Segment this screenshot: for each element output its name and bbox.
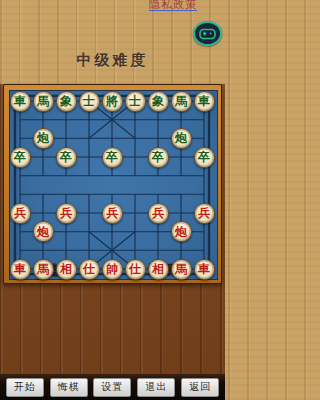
piece-red-elephant[interactable]: 相 <box>56 259 77 280</box>
piece-red-horse[interactable]: 馬 <box>33 259 54 280</box>
piece-black-advisor[interactable]: 士 <box>125 91 146 112</box>
piece-black-horse[interactable]: 馬 <box>33 91 54 112</box>
xiangqi-app: { "game": "xiangqi", "position": "rnbaka… <box>0 0 225 400</box>
piece-black-soldier[interactable]: 卒 <box>102 147 123 168</box>
piece-red-cannon[interactable]: 炮 <box>33 221 54 242</box>
bottom-toolbar: 开始 悔棋 设置 退出 返回 <box>0 374 225 400</box>
piece-red-advisor[interactable]: 仕 <box>79 259 100 280</box>
piece-red-chariot[interactable]: 車 <box>10 259 31 280</box>
piece-black-chariot[interactable]: 車 <box>194 91 215 112</box>
undo-button[interactable]: 悔棋 <box>50 378 88 397</box>
page-title: 中级难度 <box>0 51 225 70</box>
piece-red-horse[interactable]: 馬 <box>171 259 192 280</box>
piece-red-elephant[interactable]: 相 <box>148 259 169 280</box>
piece-black-cannon[interactable]: 炮 <box>171 128 192 149</box>
piece-red-general[interactable]: 帥 <box>102 259 123 280</box>
piece-black-soldier[interactable]: 卒 <box>194 147 215 168</box>
piece-red-advisor[interactable]: 仕 <box>125 259 146 280</box>
piece-black-soldier[interactable]: 卒 <box>56 147 77 168</box>
back-button[interactable]: 返回 <box>181 378 219 397</box>
piece-red-soldier[interactable]: 兵 <box>194 203 215 224</box>
piece-black-elephant[interactable]: 象 <box>148 91 169 112</box>
piece-black-chariot[interactable]: 車 <box>10 91 31 112</box>
piece-black-elephant[interactable]: 象 <box>56 91 77 112</box>
piece-black-horse[interactable]: 馬 <box>171 91 192 112</box>
settings-button[interactable]: 设置 <box>93 378 131 397</box>
piece-red-soldier[interactable]: 兵 <box>10 203 31 224</box>
piece-black-cannon[interactable]: 炮 <box>33 128 54 149</box>
board-grid <box>4 85 223 285</box>
start-button[interactable]: 开始 <box>6 378 44 397</box>
piece-red-soldier[interactable]: 兵 <box>56 203 77 224</box>
piece-red-soldier[interactable]: 兵 <box>148 203 169 224</box>
gamepad-icon[interactable] <box>193 21 222 46</box>
xiangqi-board[interactable]: 楚河 漢界 車馬象士將士象馬車炮炮卒卒卒卒卒兵兵兵兵兵炮炮車馬相仕帥仕相馬車 <box>3 84 222 284</box>
piece-red-soldier[interactable]: 兵 <box>102 203 123 224</box>
piece-black-general[interactable]: 將 <box>102 91 123 112</box>
piece-black-soldier[interactable]: 卒 <box>10 147 31 168</box>
exit-button[interactable]: 退出 <box>137 378 175 397</box>
piece-red-chariot[interactable]: 車 <box>194 259 215 280</box>
privacy-policy-link[interactable]: 隐私政策 <box>149 0 197 11</box>
gamepad-glyph <box>199 28 216 40</box>
piece-black-advisor[interactable]: 士 <box>79 91 100 112</box>
piece-red-cannon[interactable]: 炮 <box>171 221 192 242</box>
piece-black-soldier[interactable]: 卒 <box>148 147 169 168</box>
